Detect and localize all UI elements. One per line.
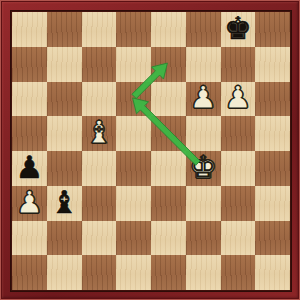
square-e5[interactable] <box>151 116 186 151</box>
square-a2[interactable] <box>12 221 47 256</box>
square-a1[interactable] <box>12 255 47 290</box>
square-e8[interactable] <box>151 12 186 47</box>
square-c6[interactable] <box>82 82 117 117</box>
square-c3[interactable] <box>82 186 117 221</box>
square-f5[interactable] <box>186 116 221 151</box>
square-c2[interactable] <box>82 221 117 256</box>
square-e6[interactable] <box>151 82 186 117</box>
square-c5[interactable]: ♝ <box>82 116 117 151</box>
square-g7[interactable] <box>221 47 256 82</box>
black-bishop[interactable]: ♝ <box>50 187 78 218</box>
square-d6[interactable] <box>116 82 151 117</box>
white-pawn[interactable]: ♟ <box>224 82 252 113</box>
square-a4[interactable]: ♟ <box>12 151 47 186</box>
square-d4[interactable] <box>116 151 151 186</box>
square-a6[interactable] <box>12 82 47 117</box>
square-b4[interactable] <box>47 151 82 186</box>
white-pawn[interactable]: ♟ <box>15 187 43 218</box>
square-d5[interactable] <box>116 116 151 151</box>
square-g2[interactable] <box>221 221 256 256</box>
square-d3[interactable] <box>116 186 151 221</box>
square-d2[interactable] <box>116 221 151 256</box>
square-d1[interactable] <box>116 255 151 290</box>
square-b3[interactable]: ♝ <box>47 186 82 221</box>
square-e1[interactable] <box>151 255 186 290</box>
square-g3[interactable] <box>221 186 256 221</box>
square-d7[interactable] <box>116 47 151 82</box>
chess-diagram: ♚♟♟♝♟♚♟♝ <box>0 0 300 300</box>
square-f2[interactable] <box>186 221 221 256</box>
chess-board: ♚♟♟♝♟♚♟♝ <box>11 11 291 291</box>
square-d8[interactable] <box>116 12 151 47</box>
black-king[interactable]: ♚ <box>224 13 252 44</box>
square-h2[interactable] <box>255 221 290 256</box>
square-a5[interactable] <box>12 116 47 151</box>
square-e7[interactable] <box>151 47 186 82</box>
square-g8[interactable]: ♚ <box>221 12 256 47</box>
square-e3[interactable] <box>151 186 186 221</box>
white-bishop[interactable]: ♝ <box>85 117 113 148</box>
square-f6[interactable]: ♟ <box>186 82 221 117</box>
white-king[interactable]: ♚ <box>189 152 217 183</box>
square-h5[interactable] <box>255 116 290 151</box>
square-h4[interactable] <box>255 151 290 186</box>
square-c8[interactable] <box>82 12 117 47</box>
square-h6[interactable] <box>255 82 290 117</box>
square-a7[interactable] <box>12 47 47 82</box>
square-a3[interactable]: ♟ <box>12 186 47 221</box>
square-h1[interactable] <box>255 255 290 290</box>
square-b5[interactable] <box>47 116 82 151</box>
square-b8[interactable] <box>47 12 82 47</box>
square-h3[interactable] <box>255 186 290 221</box>
square-c7[interactable] <box>82 47 117 82</box>
square-h7[interactable] <box>255 47 290 82</box>
square-g5[interactable] <box>221 116 256 151</box>
square-b7[interactable] <box>47 47 82 82</box>
black-pawn[interactable]: ♟ <box>15 152 43 183</box>
square-b6[interactable] <box>47 82 82 117</box>
square-g6[interactable]: ♟ <box>221 82 256 117</box>
white-pawn[interactable]: ♟ <box>189 82 217 113</box>
square-h8[interactable] <box>255 12 290 47</box>
square-f1[interactable] <box>186 255 221 290</box>
square-c1[interactable] <box>82 255 117 290</box>
square-f7[interactable] <box>186 47 221 82</box>
square-c4[interactable] <box>82 151 117 186</box>
square-b1[interactable] <box>47 255 82 290</box>
square-b2[interactable] <box>47 221 82 256</box>
square-f3[interactable] <box>186 186 221 221</box>
square-e2[interactable] <box>151 221 186 256</box>
square-g4[interactable] <box>221 151 256 186</box>
square-f4[interactable]: ♚ <box>186 151 221 186</box>
square-g1[interactable] <box>221 255 256 290</box>
square-e4[interactable] <box>151 151 186 186</box>
square-f8[interactable] <box>186 12 221 47</box>
square-a8[interactable] <box>12 12 47 47</box>
